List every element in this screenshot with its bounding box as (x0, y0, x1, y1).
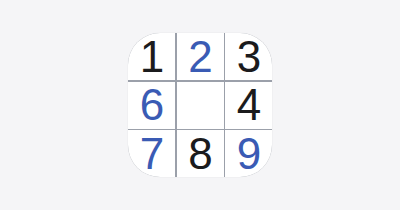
grid-cell-r0c1: 2 (177, 33, 224, 80)
grid-cell-r2c1: 8 (177, 130, 224, 177)
grid-cell-r1c0: 6 (128, 82, 175, 129)
sudoku-app-icon[interactable]: 1 2 3 6 4 7 8 9 (128, 33, 272, 177)
grid-cell-r1c1-empty (177, 82, 224, 129)
grid-cell-r2c0: 7 (128, 130, 175, 177)
sudoku-grid: 1 2 3 6 4 7 8 9 (128, 33, 272, 177)
page-background: 1 2 3 6 4 7 8 9 (0, 0, 400, 210)
grid-cell-r0c0: 1 (128, 33, 175, 80)
grid-cell-r2c2: 9 (225, 130, 272, 177)
grid-cell-r1c2: 4 (225, 82, 272, 129)
grid-cell-r0c2: 3 (225, 33, 272, 80)
